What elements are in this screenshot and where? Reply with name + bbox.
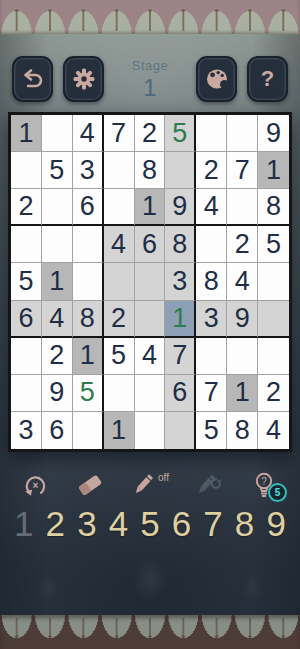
cell-r6c6[interactable]: 1 <box>165 301 196 338</box>
cell-r9c2[interactable]: 6 <box>42 412 73 449</box>
numpad: 123456789 <box>0 497 300 549</box>
cell-r1c8[interactable] <box>227 115 258 152</box>
cell-r9c3[interactable] <box>73 412 104 449</box>
cell-r6c3[interactable]: 8 <box>73 301 104 338</box>
cell-r4c5[interactable]: 6 <box>135 226 166 263</box>
cell-r9c4[interactable]: 1 <box>104 412 135 449</box>
numpad-digit-6[interactable]: 6 <box>172 506 191 541</box>
numpad-digit-8[interactable]: 8 <box>235 506 254 541</box>
cell-r1c1[interactable]: 1 <box>11 115 42 152</box>
cell-r5c4[interactable] <box>104 263 135 300</box>
cell-r3c9[interactable]: 8 <box>258 189 289 226</box>
cell-r7c9[interactable] <box>258 338 289 375</box>
cell-r8c7[interactable]: 7 <box>196 375 227 412</box>
cell-r7c1[interactable] <box>11 338 42 375</box>
background-pattern <box>0 540 300 620</box>
cell-r1c5[interactable]: 2 <box>135 115 166 152</box>
cell-r5c8[interactable]: 4 <box>227 263 258 300</box>
cell-r4c4[interactable]: 4 <box>104 226 135 263</box>
decorative-border-top <box>0 0 300 34</box>
cell-r2c3[interactable]: 3 <box>73 152 104 189</box>
cell-r7c7[interactable] <box>196 338 227 375</box>
theme-button[interactable] <box>196 56 237 102</box>
cell-r2c1[interactable] <box>11 152 42 189</box>
cell-r3c1[interactable]: 2 <box>11 189 42 226</box>
cell-r8c6[interactable]: 6 <box>165 375 196 412</box>
cell-r7c6[interactable]: 7 <box>165 338 196 375</box>
cell-r1c6[interactable]: 5 <box>165 115 196 152</box>
cell-r6c7[interactable]: 3 <box>196 301 227 338</box>
palette-icon <box>203 65 231 93</box>
cell-r9c7[interactable]: 5 <box>196 412 227 449</box>
cell-r6c1[interactable]: 6 <box>11 301 42 338</box>
cell-r7c3[interactable]: 1 <box>73 338 104 375</box>
sudoku-board: 1472595382712619484682551384648213921547… <box>8 112 292 452</box>
cell-r3c4[interactable] <box>104 189 135 226</box>
notes-off-label: off <box>158 472 169 483</box>
cell-r5c1[interactable]: 5 <box>11 263 42 300</box>
cell-r7c4[interactable]: 5 <box>104 338 135 375</box>
cell-r2c8[interactable]: 7 <box>227 152 258 189</box>
cell-r6c8[interactable]: 9 <box>227 301 258 338</box>
cell-r8c4[interactable] <box>104 375 135 412</box>
cell-r6c5[interactable] <box>135 301 166 338</box>
cell-r5c6[interactable]: 3 <box>165 263 196 300</box>
auto-pencil-icon <box>193 470 225 500</box>
help-button[interactable]: ? <box>247 56 288 102</box>
cell-r8c5[interactable] <box>135 375 166 412</box>
cell-r4c7[interactable] <box>196 226 227 263</box>
cell-r1c2[interactable] <box>42 115 73 152</box>
cell-r9c1[interactable]: 3 <box>11 412 42 449</box>
cell-r5c9[interactable] <box>258 263 289 300</box>
restart-button[interactable]: × <box>20 470 50 500</box>
cell-r7c5[interactable]: 4 <box>135 338 166 375</box>
numpad-digit-4[interactable]: 4 <box>109 506 128 541</box>
cell-r6c9[interactable] <box>258 301 289 338</box>
cell-r7c2[interactable]: 2 <box>42 338 73 375</box>
cell-r3c3[interactable]: 6 <box>73 189 104 226</box>
cell-r2c2[interactable]: 5 <box>42 152 73 189</box>
cell-r1c4[interactable]: 7 <box>104 115 135 152</box>
cell-r5c2[interactable]: 1 <box>42 263 73 300</box>
cell-r4c6[interactable]: 8 <box>165 226 196 263</box>
cell-r2c9[interactable]: 1 <box>258 152 289 189</box>
cell-r5c3[interactable] <box>73 263 104 300</box>
decorative-border-bottom <box>0 615 300 649</box>
cell-r5c7[interactable]: 8 <box>196 263 227 300</box>
cell-r8c2[interactable]: 9 <box>42 375 73 412</box>
numpad-digit-1[interactable]: 1 <box>14 506 33 541</box>
gear-icon <box>71 66 97 92</box>
header: Stage 1 <box>0 56 300 102</box>
question-mark-icon: ? <box>261 68 274 90</box>
undo-all-icon: × <box>20 470 50 500</box>
cell-r9c5[interactable] <box>135 412 166 449</box>
cell-r2c5[interactable]: 8 <box>135 152 166 189</box>
svg-text:×: × <box>33 480 39 491</box>
pencil-icon <box>129 470 157 500</box>
cell-r1c7[interactable] <box>196 115 227 152</box>
cell-r6c4[interactable]: 2 <box>104 301 135 338</box>
notes-toggle-button[interactable]: off <box>129 470 169 500</box>
app-screen: Stage 1 <box>0 0 300 649</box>
numpad-digit-5[interactable]: 5 <box>140 506 159 541</box>
cell-r3c6[interactable]: 9 <box>165 189 196 226</box>
cell-r7c8[interactable] <box>227 338 258 375</box>
cell-r9c8[interactable]: 8 <box>227 412 258 449</box>
cell-r4c8[interactable]: 2 <box>227 226 258 263</box>
cell-r8c8[interactable]: 1 <box>227 375 258 412</box>
numpad-digit-3[interactable]: 3 <box>77 506 96 541</box>
settings-button[interactable] <box>63 56 104 102</box>
cell-r4c1[interactable] <box>11 226 42 263</box>
cell-r4c2[interactable] <box>42 226 73 263</box>
cell-r9c6[interactable] <box>165 412 196 449</box>
cell-r2c4[interactable] <box>104 152 135 189</box>
cell-r4c3[interactable] <box>73 226 104 263</box>
cell-r3c8[interactable] <box>227 189 258 226</box>
cell-r3c2[interactable] <box>42 189 73 226</box>
cell-r2c6[interactable] <box>165 152 196 189</box>
svg-text:?: ? <box>261 476 267 487</box>
cell-r9c9[interactable]: 4 <box>258 412 289 449</box>
cell-r1c9[interactable]: 9 <box>258 115 289 152</box>
cell-r2c7[interactable]: 2 <box>196 152 227 189</box>
cell-r8c3[interactable]: 5 <box>73 375 104 412</box>
cell-r3c7[interactable]: 4 <box>196 189 227 226</box>
numpad-digit-2[interactable]: 2 <box>46 506 65 541</box>
numpad-digit-7[interactable]: 7 <box>203 506 222 541</box>
cell-r5c5[interactable] <box>135 263 166 300</box>
numpad-digit-9[interactable]: 9 <box>266 506 285 541</box>
undo-arrow-icon <box>20 66 46 92</box>
cell-r1c3[interactable]: 4 <box>73 115 104 152</box>
back-button[interactable] <box>12 56 53 102</box>
cell-r3c5[interactable]: 1 <box>135 189 166 226</box>
cell-r8c9[interactable]: 2 <box>258 375 289 412</box>
cell-r4c9[interactable]: 5 <box>258 226 289 263</box>
cell-r6c2[interactable]: 4 <box>42 301 73 338</box>
eraser-icon <box>75 470 105 500</box>
eraser-button[interactable] <box>75 470 105 500</box>
auto-notes-button[interactable] <box>193 470 225 500</box>
cell-r8c1[interactable] <box>11 375 42 412</box>
